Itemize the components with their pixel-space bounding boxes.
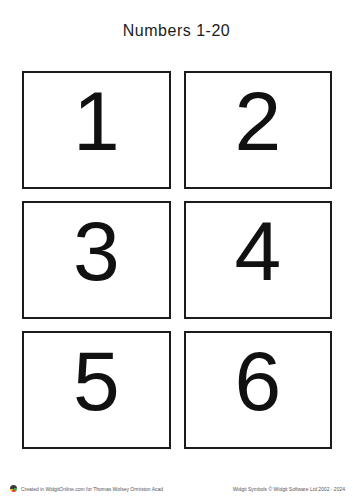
page-footer: Created in WidgitOnline.com for Thomas W… (0, 485, 353, 492)
card-number-2: 2 (234, 79, 281, 163)
card-number-5: 5 (73, 339, 120, 423)
footer-copyright-text: Widgit Symbols © Widgit Software Ltd 200… (233, 486, 345, 492)
card-number-1: 1 (73, 79, 120, 163)
number-card-4: 4 (184, 201, 333, 319)
card-number-6: 6 (234, 339, 281, 423)
footer-credit-text: Created in WidgitOnline.com for Thomas W… (21, 486, 163, 492)
page-title: Numbers 1-20 (0, 22, 353, 40)
number-card-5: 5 (22, 331, 171, 449)
number-card-2: 2 (184, 71, 333, 189)
footer-credit-group: Created in WidgitOnline.com for Thomas W… (10, 485, 163, 492)
card-number-3: 3 (73, 209, 120, 293)
number-card-1: 1 (22, 71, 171, 189)
number-card-6: 6 (184, 331, 333, 449)
widgit-logo-icon (10, 485, 17, 492)
number-cards-grid: 1 2 3 4 5 6 (22, 71, 332, 449)
number-card-3: 3 (22, 201, 171, 319)
card-number-4: 4 (234, 209, 281, 293)
